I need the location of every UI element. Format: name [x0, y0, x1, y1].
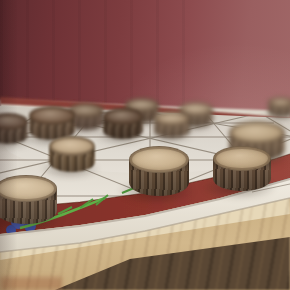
game-piece-B4[interactable]	[268, 97, 290, 117]
game-piece-M4[interactable]	[154, 111, 190, 138]
piece-wood-top	[213, 146, 271, 171]
photo-of-alquerque-board	[0, 0, 290, 290]
game-piece-F2[interactable]	[49, 136, 95, 172]
piece-wood-top	[229, 121, 285, 144]
piece-wood-top	[103, 108, 143, 125]
game-piece-M3[interactable]	[103, 108, 143, 139]
piece-wood-top	[129, 146, 189, 173]
game-piece-F4[interactable]	[213, 146, 271, 191]
piece-wood-top	[268, 97, 290, 108]
game-piece-M2[interactable]	[29, 106, 75, 140]
piece-wood-top	[29, 106, 75, 125]
game-piece-F3[interactable]	[129, 146, 189, 196]
piece-wood-top	[154, 111, 190, 126]
game-piece-F1[interactable]	[0, 175, 57, 224]
piece-wood-top	[49, 136, 95, 156]
pieces-layer	[0, 0, 290, 290]
